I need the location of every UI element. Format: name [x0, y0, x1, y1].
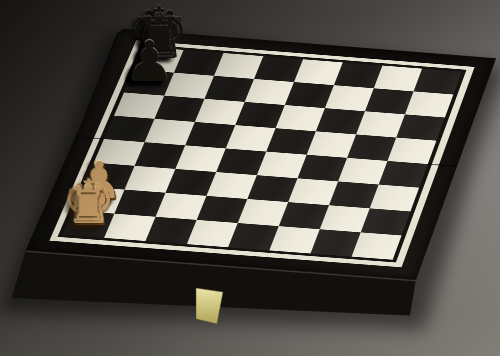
piece-black-pawn[interactable]: ♟ — [124, 34, 174, 90]
pieces-layer: ♜♞♝♛♚♝♞♜♟♟♟♟♟♟♟♟♟♟♟♟♟♟♟♟♜♞♝♛♚♝♞♜ — [0, 0, 500, 356]
piece-white-rook[interactable]: ♜ — [67, 182, 112, 232]
photo-scene: ♜♞♝♛♚♝♞♜♟♟♟♟♟♟♟♟♟♟♟♟♟♟♟♟♜♞♝♛♚♝♞♜ — [0, 0, 500, 356]
